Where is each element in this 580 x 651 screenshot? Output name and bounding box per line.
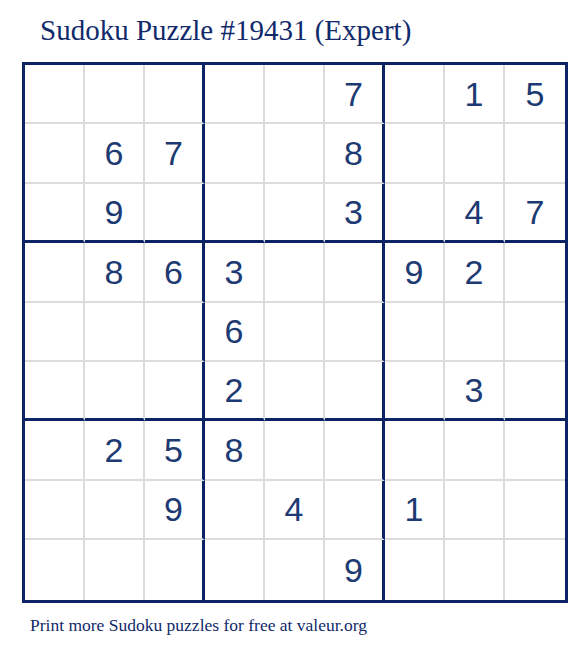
cell-r5c9[interactable] bbox=[505, 303, 565, 362]
cell-r3c1[interactable] bbox=[25, 184, 85, 243]
cell-r6c5[interactable] bbox=[265, 362, 325, 421]
cell-r3c2[interactable]: 9 bbox=[85, 184, 145, 243]
cell-r8c2[interactable] bbox=[85, 481, 145, 540]
cell-r3c5[interactable] bbox=[265, 184, 325, 243]
cell-r9c7[interactable] bbox=[385, 540, 445, 599]
cell-r7c1[interactable] bbox=[25, 421, 85, 480]
cell-r7c9[interactable] bbox=[505, 421, 565, 480]
cell-r1c9[interactable]: 5 bbox=[505, 65, 565, 124]
cell-r4c4[interactable]: 3 bbox=[205, 243, 265, 302]
cell-r3c7[interactable] bbox=[385, 184, 445, 243]
cell-r2c3[interactable]: 7 bbox=[145, 124, 205, 183]
cell-r6c4[interactable]: 2 bbox=[205, 362, 265, 421]
cell-r3c8[interactable]: 4 bbox=[445, 184, 505, 243]
cell-r9c9[interactable] bbox=[505, 540, 565, 599]
cell-r8c6[interactable] bbox=[325, 481, 385, 540]
cell-r8c4[interactable] bbox=[205, 481, 265, 540]
page-title: Sudoku Puzzle #19431 (Expert) bbox=[40, 14, 411, 47]
cell-r2c9[interactable] bbox=[505, 124, 565, 183]
cell-r7c8[interactable] bbox=[445, 421, 505, 480]
cell-r4c2[interactable]: 8 bbox=[85, 243, 145, 302]
cell-r5c2[interactable] bbox=[85, 303, 145, 362]
cell-r3c3[interactable] bbox=[145, 184, 205, 243]
cell-r4c3[interactable]: 6 bbox=[145, 243, 205, 302]
cell-r4c1[interactable] bbox=[25, 243, 85, 302]
cell-r8c3[interactable]: 9 bbox=[145, 481, 205, 540]
cell-r7c5[interactable] bbox=[265, 421, 325, 480]
cell-r5c7[interactable] bbox=[385, 303, 445, 362]
cell-r3c9[interactable]: 7 bbox=[505, 184, 565, 243]
cell-r4c6[interactable] bbox=[325, 243, 385, 302]
cell-r7c6[interactable] bbox=[325, 421, 385, 480]
cell-r1c2[interactable] bbox=[85, 65, 145, 124]
cell-r9c5[interactable] bbox=[265, 540, 325, 599]
cell-r9c8[interactable] bbox=[445, 540, 505, 599]
cell-r1c6[interactable]: 7 bbox=[325, 65, 385, 124]
cell-r2c1[interactable] bbox=[25, 124, 85, 183]
sudoku-board: 7156789347863926232589419 bbox=[22, 62, 568, 603]
cell-r1c3[interactable] bbox=[145, 65, 205, 124]
cell-r4c7[interactable]: 9 bbox=[385, 243, 445, 302]
cell-r2c4[interactable] bbox=[205, 124, 265, 183]
cell-r2c2[interactable]: 6 bbox=[85, 124, 145, 183]
cell-r3c4[interactable] bbox=[205, 184, 265, 243]
cell-r3c6[interactable]: 3 bbox=[325, 184, 385, 243]
cell-r4c9[interactable] bbox=[505, 243, 565, 302]
cell-r8c1[interactable] bbox=[25, 481, 85, 540]
cell-r6c2[interactable] bbox=[85, 362, 145, 421]
cell-r5c6[interactable] bbox=[325, 303, 385, 362]
cell-r2c8[interactable] bbox=[445, 124, 505, 183]
cell-r1c8[interactable]: 1 bbox=[445, 65, 505, 124]
cell-r6c8[interactable]: 3 bbox=[445, 362, 505, 421]
cell-r5c1[interactable] bbox=[25, 303, 85, 362]
cell-r6c1[interactable] bbox=[25, 362, 85, 421]
cell-r7c4[interactable]: 8 bbox=[205, 421, 265, 480]
cell-r5c3[interactable] bbox=[145, 303, 205, 362]
cell-r7c3[interactable]: 5 bbox=[145, 421, 205, 480]
cell-r9c3[interactable] bbox=[145, 540, 205, 599]
cell-r4c8[interactable]: 2 bbox=[445, 243, 505, 302]
cell-r8c8[interactable] bbox=[445, 481, 505, 540]
cell-r1c4[interactable] bbox=[205, 65, 265, 124]
cell-r1c7[interactable] bbox=[385, 65, 445, 124]
cell-r2c7[interactable] bbox=[385, 124, 445, 183]
cell-r1c1[interactable] bbox=[25, 65, 85, 124]
cell-r9c1[interactable] bbox=[25, 540, 85, 599]
cell-r6c9[interactable] bbox=[505, 362, 565, 421]
cell-r7c7[interactable] bbox=[385, 421, 445, 480]
cell-r6c7[interactable] bbox=[385, 362, 445, 421]
cell-r4c5[interactable] bbox=[265, 243, 325, 302]
cell-r7c2[interactable]: 2 bbox=[85, 421, 145, 480]
cell-r8c7[interactable]: 1 bbox=[385, 481, 445, 540]
cell-r5c5[interactable] bbox=[265, 303, 325, 362]
cell-r2c6[interactable]: 8 bbox=[325, 124, 385, 183]
cell-r9c4[interactable] bbox=[205, 540, 265, 599]
cell-r9c6[interactable]: 9 bbox=[325, 540, 385, 599]
cell-r2c5[interactable] bbox=[265, 124, 325, 183]
cell-r6c3[interactable] bbox=[145, 362, 205, 421]
cell-r8c9[interactable] bbox=[505, 481, 565, 540]
cell-r9c2[interactable] bbox=[85, 540, 145, 599]
footer-text: Print more Sudoku puzzles for free at va… bbox=[30, 615, 367, 636]
cell-r6c6[interactable] bbox=[325, 362, 385, 421]
cell-r5c8[interactable] bbox=[445, 303, 505, 362]
cell-r8c5[interactable]: 4 bbox=[265, 481, 325, 540]
cell-r1c5[interactable] bbox=[265, 65, 325, 124]
cell-r5c4[interactable]: 6 bbox=[205, 303, 265, 362]
